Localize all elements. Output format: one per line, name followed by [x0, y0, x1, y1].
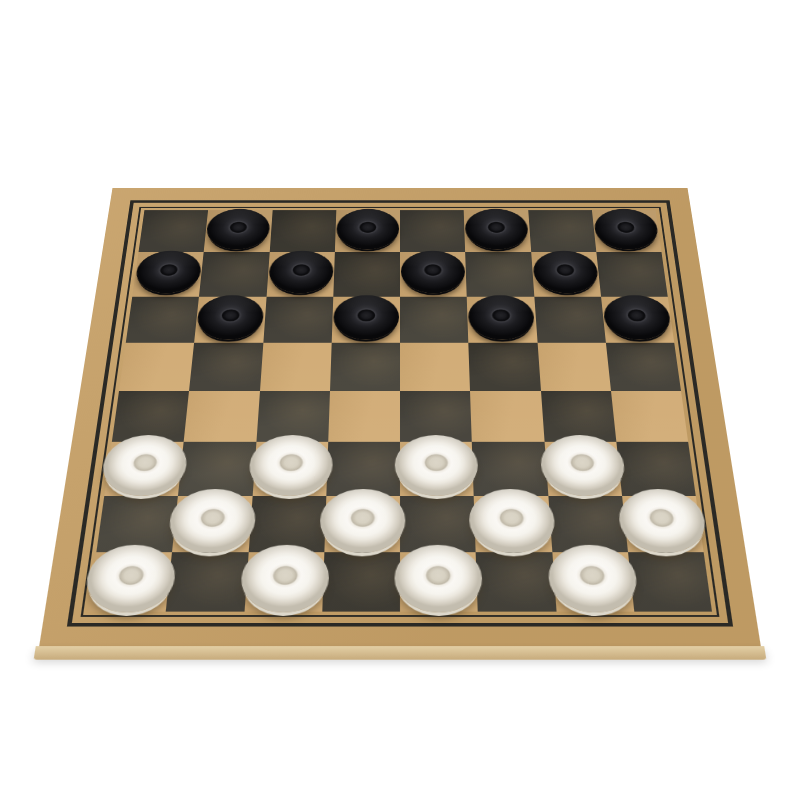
square-f8[interactable] — [464, 210, 531, 252]
square-h8[interactable] — [592, 210, 662, 252]
square-a5[interactable] — [119, 343, 194, 391]
square-e1[interactable] — [400, 552, 478, 612]
square-h6[interactable] — [601, 296, 674, 342]
square-f3[interactable] — [472, 442, 548, 496]
square-b1[interactable] — [166, 552, 248, 612]
square-c3[interactable] — [252, 442, 328, 496]
square-g4[interactable] — [541, 391, 617, 442]
black-man-f6[interactable] — [468, 295, 536, 340]
square-a6[interactable] — [126, 296, 199, 342]
square-f1[interactable] — [476, 552, 556, 612]
square-a7[interactable] — [132, 252, 204, 296]
square-d4[interactable] — [328, 391, 400, 442]
board-front-edge — [34, 646, 767, 660]
white-man-a1[interactable] — [82, 545, 178, 613]
square-e8[interactable] — [400, 210, 465, 252]
square-f7[interactable] — [465, 252, 533, 296]
square-a1[interactable] — [88, 552, 172, 612]
square-c6[interactable] — [263, 296, 333, 342]
white-man-e3[interactable] — [395, 435, 479, 496]
black-man-b6[interactable] — [196, 295, 265, 340]
square-d8[interactable] — [335, 210, 400, 252]
square-d3[interactable] — [326, 442, 400, 496]
square-f5[interactable] — [469, 343, 541, 391]
white-man-f2[interactable] — [469, 489, 558, 553]
square-b2[interactable] — [172, 496, 252, 552]
square-c1[interactable] — [244, 552, 324, 612]
black-man-g7[interactable] — [532, 251, 600, 294]
square-b8[interactable] — [204, 210, 272, 252]
square-b3[interactable] — [178, 442, 256, 496]
white-man-b2[interactable] — [167, 489, 258, 553]
square-e4[interactable] — [400, 391, 472, 442]
black-man-c7[interactable] — [267, 251, 333, 294]
square-c2[interactable] — [248, 496, 326, 552]
black-man-e7[interactable] — [401, 251, 466, 294]
black-man-d6[interactable] — [333, 295, 399, 340]
square-h4[interactable] — [611, 391, 688, 442]
photo-stage — [0, 0, 800, 800]
square-g5[interactable] — [537, 343, 611, 391]
checkers-board — [39, 188, 761, 646]
black-man-h8[interactable] — [593, 209, 660, 250]
white-man-c3[interactable] — [247, 435, 333, 496]
grid — [88, 210, 712, 611]
square-f4[interactable] — [470, 391, 544, 442]
black-man-f8[interactable] — [465, 209, 530, 250]
square-h2[interactable] — [622, 496, 704, 552]
black-man-h6[interactable] — [602, 295, 673, 340]
square-a3[interactable] — [104, 442, 184, 496]
square-d6[interactable] — [331, 296, 400, 342]
square-b4[interactable] — [184, 391, 260, 442]
square-g1[interactable] — [552, 552, 634, 612]
square-d7[interactable] — [333, 252, 400, 296]
square-d5[interactable] — [330, 343, 400, 391]
square-h3[interactable] — [616, 442, 696, 496]
black-man-d8[interactable] — [336, 209, 399, 250]
white-man-d2[interactable] — [319, 489, 405, 553]
square-e3[interactable] — [400, 442, 474, 496]
square-c5[interactable] — [260, 343, 332, 391]
square-f6[interactable] — [467, 296, 537, 342]
square-c7[interactable] — [266, 252, 334, 296]
square-f2[interactable] — [474, 496, 552, 552]
square-e5[interactable] — [400, 343, 470, 391]
square-g6[interactable] — [534, 296, 606, 342]
square-b6[interactable] — [194, 296, 266, 342]
black-man-a7[interactable] — [134, 251, 203, 294]
square-h5[interactable] — [606, 343, 681, 391]
square-e6[interactable] — [400, 296, 469, 342]
square-g7[interactable] — [531, 252, 601, 296]
square-a8[interactable] — [138, 210, 208, 252]
square-g3[interactable] — [544, 442, 622, 496]
square-e2[interactable] — [400, 496, 476, 552]
square-c8[interactable] — [269, 210, 336, 252]
white-man-g3[interactable] — [539, 435, 627, 496]
white-man-e1[interactable] — [395, 545, 484, 613]
square-h7[interactable] — [596, 252, 668, 296]
square-d2[interactable] — [324, 496, 400, 552]
square-b7[interactable] — [199, 252, 269, 296]
white-man-a3[interactable] — [99, 435, 189, 496]
board-scene — [37, 188, 763, 661]
board-frame-outer-line — [67, 200, 733, 626]
square-g8[interactable] — [528, 210, 596, 252]
square-b5[interactable] — [189, 343, 263, 391]
square-g2[interactable] — [548, 496, 628, 552]
square-e7[interactable] — [400, 252, 467, 296]
square-a4[interactable] — [112, 391, 189, 442]
square-h1[interactable] — [628, 552, 712, 612]
black-man-b8[interactable] — [205, 209, 271, 250]
square-c4[interactable] — [256, 391, 330, 442]
square-a2[interactable] — [96, 496, 178, 552]
white-man-h2[interactable] — [616, 489, 709, 553]
white-man-c1[interactable] — [239, 545, 330, 613]
board-frame-inner-line — [81, 207, 720, 617]
white-man-g1[interactable] — [546, 545, 639, 613]
square-d1[interactable] — [322, 552, 400, 612]
